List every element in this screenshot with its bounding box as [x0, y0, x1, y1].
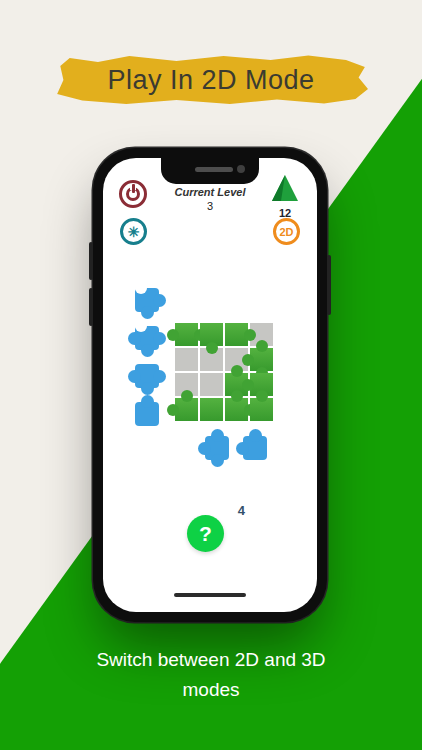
mode-2d-label: 2D [279, 226, 293, 238]
mode-2d-badge[interactable]: 2D [273, 218, 300, 245]
tray-bottom-piece-1[interactable] [205, 436, 229, 460]
knob-left [167, 404, 179, 416]
piece-tab-left [236, 442, 249, 455]
grid-cell-r4c2-piece [200, 398, 223, 421]
piece-tab-left [128, 332, 141, 345]
power-side-button [327, 255, 331, 315]
knob-left [242, 379, 254, 391]
tree-icon [270, 174, 300, 202]
left-piece-tray [135, 288, 159, 426]
bottom-piece-tray [205, 436, 267, 460]
grid-cell-r4c3-piece [225, 398, 248, 421]
tray-left-piece-3[interactable] [135, 364, 159, 388]
piece-tab-right [153, 332, 166, 345]
grid-cell-r1c2-piece [200, 323, 223, 346]
tray-left-piece-1[interactable] [135, 288, 159, 312]
knob-left [242, 354, 254, 366]
knob-up [256, 340, 268, 352]
tree-counter[interactable]: 12 [269, 174, 301, 219]
tray-bottom-piece-2[interactable] [243, 436, 267, 460]
banner-title: Play In 2D Mode [107, 65, 314, 96]
piece-tab-left [128, 370, 141, 383]
speaker-slot [195, 167, 233, 172]
piece-tab-right [153, 370, 166, 383]
phone-notch [161, 158, 259, 184]
hint-question-glyph: ? [199, 522, 212, 546]
knob-left [167, 329, 179, 341]
grid-cell-r2c4-piece [250, 348, 273, 371]
piece-tab-down [211, 454, 224, 467]
phone-screen: Current Level 3 12 ✳ 2D 4 ? [103, 158, 317, 612]
knob-down [206, 342, 218, 354]
grid-cell-r1c3-piece [225, 323, 248, 346]
piece-notch-up [135, 282, 147, 294]
piece-tab-up [249, 429, 262, 442]
volume-up-button [89, 242, 93, 280]
hint-button[interactable]: ? [187, 515, 224, 552]
grid-cell-r1c1-piece [175, 323, 198, 346]
asterisk-icon[interactable]: ✳ [120, 218, 147, 245]
knob-up [231, 390, 243, 402]
piece-tab-down [141, 306, 154, 319]
grid-cell-r4c1-piece [175, 398, 198, 421]
phone-mockup: Current Level 3 12 ✳ 2D 4 ? [93, 148, 327, 622]
tray-left-piece-2[interactable] [135, 326, 159, 350]
camera-dot [237, 165, 245, 173]
caption-line2: modes [0, 675, 422, 705]
piece-tab-left [198, 442, 211, 455]
piece-tab-up [141, 395, 154, 408]
piece-tab-up [211, 429, 224, 442]
caption: Switch between 2D and 3D modes [0, 645, 422, 705]
grid-cell-r2c1-empty[interactable] [175, 348, 198, 371]
piece-tab-down [141, 344, 154, 357]
piece-tab-down [141, 382, 154, 395]
home-indicator[interactable] [174, 593, 246, 597]
asterisk-glyph: ✳ [128, 225, 140, 239]
knob-up [231, 365, 243, 377]
piece-tab-right [153, 294, 166, 307]
knob-up [181, 390, 193, 402]
banner: Play In 2D Mode [54, 55, 368, 105]
caption-line1: Switch between 2D and 3D [0, 645, 422, 675]
grid-cell-r4c4-piece [250, 398, 273, 421]
puzzle-grid [175, 323, 273, 421]
volume-down-button [89, 288, 93, 326]
hint-count: 4 [238, 503, 245, 518]
knob-up [256, 390, 268, 402]
hint-area: 4 ? [187, 503, 247, 555]
grid-cell-r3c2-empty[interactable] [200, 373, 223, 396]
tray-left-piece-4[interactable] [135, 402, 159, 426]
piece-notch-up [135, 320, 147, 332]
knob-right [244, 329, 256, 341]
piece-notch-left [123, 408, 135, 420]
